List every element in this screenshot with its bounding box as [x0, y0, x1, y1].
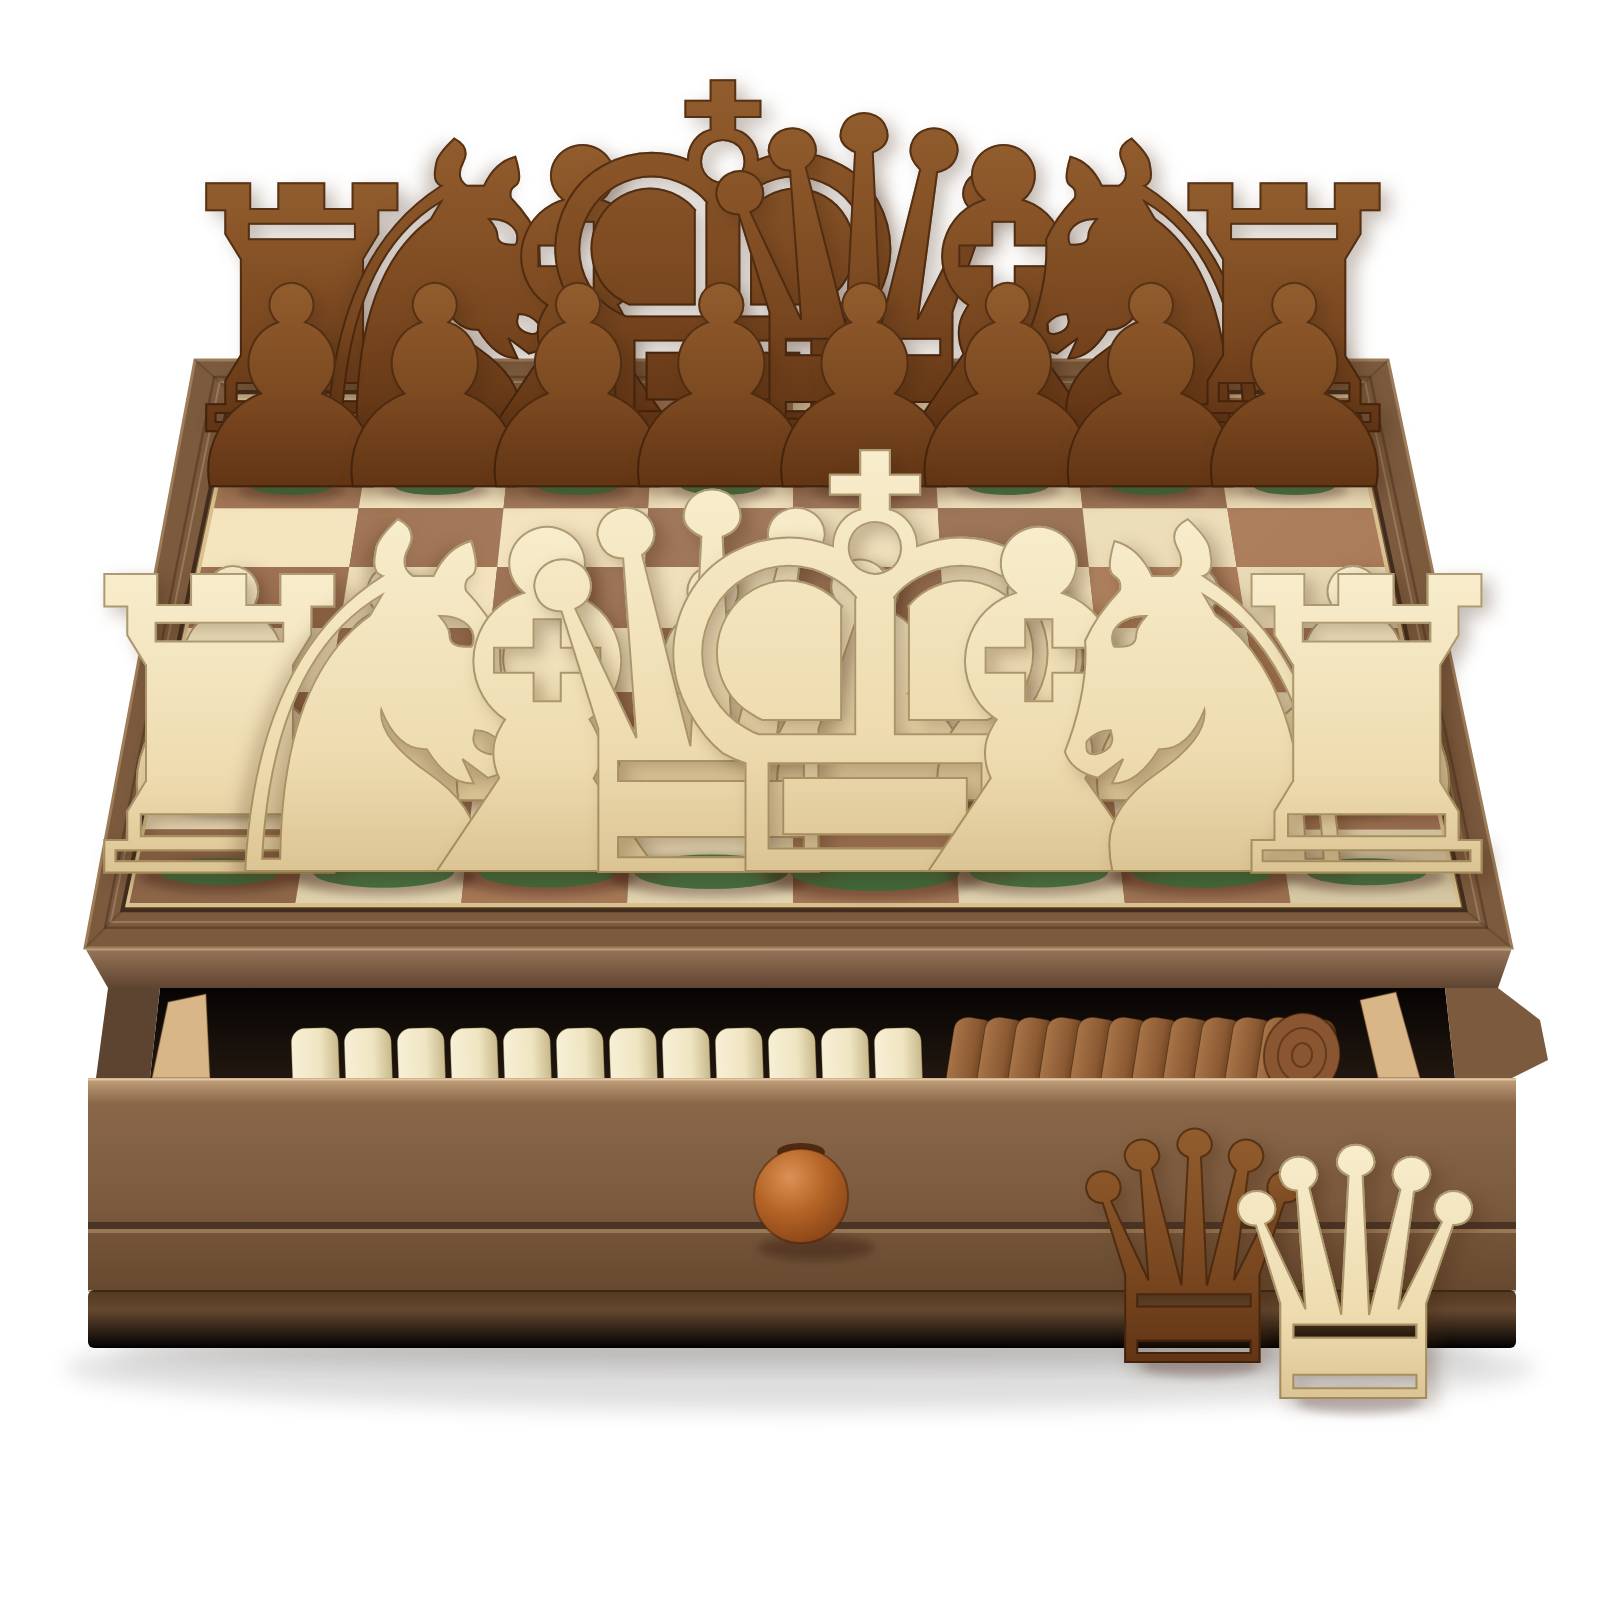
box-right-molding	[1445, 988, 1548, 1078]
playing-area	[130, 398, 1457, 903]
chess-box-illustration	[0, 0, 1600, 1600]
product-photo-chess-set: ♜♞♝♚♛♝♞♜♟♟♟♟♟♟♟♟♟♟♟♟♟♟♟♟♜♞♝♛♚♝♞♜♛♛	[0, 0, 1600, 1600]
drawer-knob	[754, 1149, 848, 1243]
drawer-front	[88, 1078, 1516, 1348]
drawer-base-molding	[88, 1290, 1516, 1348]
